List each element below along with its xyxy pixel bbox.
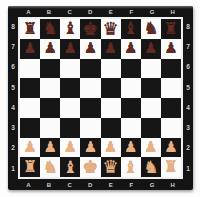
square-h4[interactable] <box>161 98 181 118</box>
square-d8[interactable]: ♚ <box>80 19 100 39</box>
file-label-b: B <box>39 9 60 15</box>
rank-label-3: 3 <box>11 125 15 132</box>
square-c7[interactable]: ♟ <box>60 39 80 59</box>
square-h5[interactable] <box>161 78 181 98</box>
square-b7[interactable]: ♟ <box>40 39 60 59</box>
square-g8[interactable]: ♞ <box>141 19 161 39</box>
white-pawn-piece: ♟ <box>144 139 157 154</box>
file-label-a: A <box>18 9 39 15</box>
square-d3[interactable] <box>80 118 100 138</box>
black-rook-piece: ♜ <box>23 20 37 36</box>
square-f3[interactable] <box>121 118 141 138</box>
black-bishop-piece: ♝ <box>123 20 138 37</box>
white-bishop-piece: ♝ <box>123 158 138 175</box>
square-d5[interactable] <box>80 78 100 98</box>
square-c5[interactable] <box>60 78 80 98</box>
square-e8[interactable]: ♛ <box>101 19 121 39</box>
rank-label-8: 8 <box>186 24 190 31</box>
square-a8[interactable]: ♜ <box>20 19 40 39</box>
black-pawn-piece: ♟ <box>23 41 36 56</box>
square-f8[interactable]: ♝ <box>121 19 141 39</box>
square-c6[interactable] <box>60 59 80 79</box>
square-c3[interactable] <box>60 118 80 138</box>
square-g2[interactable]: ♟ <box>141 138 161 158</box>
square-c1[interactable]: ♝ <box>60 157 80 177</box>
file-label-a: A <box>18 182 39 188</box>
black-queen-piece: ♛ <box>102 19 118 37</box>
square-e6[interactable] <box>101 59 121 79</box>
square-a7[interactable]: ♟ <box>20 39 40 59</box>
white-pawn-piece: ♟ <box>84 139 97 154</box>
rank-label-7: 7 <box>11 44 15 51</box>
square-e7[interactable]: ♟ <box>101 39 121 59</box>
rank-labels-right: 87654321 <box>183 17 193 179</box>
square-h1[interactable]: ♜ <box>161 157 181 177</box>
square-f5[interactable] <box>121 78 141 98</box>
white-queen-piece: ♛ <box>102 158 118 176</box>
file-labels-top: ABCDEFGH <box>18 6 183 17</box>
square-b4[interactable] <box>40 98 60 118</box>
square-g3[interactable] <box>141 118 161 138</box>
rank-label-1: 1 <box>11 166 15 173</box>
square-d7[interactable]: ♟ <box>80 39 100 59</box>
rank-label-5: 5 <box>186 85 190 92</box>
black-pawn-piece: ♟ <box>84 41 97 56</box>
white-knight-piece: ♞ <box>143 158 158 175</box>
rank-label-1: 1 <box>186 166 190 173</box>
rank-label-7: 7 <box>186 44 190 51</box>
rank-label-4: 4 <box>186 105 190 112</box>
square-b2[interactable]: ♟ <box>40 138 60 158</box>
file-label-e: E <box>101 9 122 15</box>
square-d6[interactable] <box>80 59 100 79</box>
rank-labels-left: 87654321 <box>8 17 18 179</box>
square-g4[interactable] <box>141 98 161 118</box>
square-g7[interactable]: ♟ <box>141 39 161 59</box>
black-pawn-piece: ♟ <box>124 41 137 56</box>
black-pawn-piece: ♟ <box>64 41 77 56</box>
square-b8[interactable]: ♞ <box>40 19 60 39</box>
white-knight-piece: ♞ <box>43 158 58 175</box>
white-rook-piece: ♜ <box>23 159 37 175</box>
white-pawn-piece: ♟ <box>23 139 36 154</box>
square-d2[interactable]: ♟ <box>80 138 100 158</box>
black-pawn-piece: ♟ <box>144 41 157 56</box>
rank-label-5: 5 <box>11 85 15 92</box>
square-f1[interactable]: ♝ <box>121 157 141 177</box>
rank-label-3: 3 <box>186 125 190 132</box>
square-a1[interactable]: ♜ <box>20 157 40 177</box>
photo-background: ABCDEFGH 87654321 ♜♞♝♚♛♝♞♜♟♟♟♟♟♟♟♟♟♟♟♟♟♟… <box>0 0 200 197</box>
square-f7[interactable]: ♟ <box>121 39 141 59</box>
file-labels-bottom: ABCDEFGH <box>18 179 183 190</box>
white-bishop-piece: ♝ <box>63 158 78 175</box>
black-pawn-piece: ♟ <box>104 41 117 56</box>
white-pawn-piece: ♟ <box>64 139 77 154</box>
square-h6[interactable] <box>161 59 181 79</box>
square-a2[interactable]: ♟ <box>20 138 40 158</box>
rank-label-6: 6 <box>186 64 190 71</box>
rank-label-2: 2 <box>186 145 190 152</box>
square-e4[interactable] <box>101 98 121 118</box>
square-f2[interactable]: ♟ <box>121 138 141 158</box>
black-knight-piece: ♞ <box>43 20 58 37</box>
frame-corner-bottom-left <box>8 179 18 190</box>
square-c4[interactable] <box>60 98 80 118</box>
square-g5[interactable] <box>141 78 161 98</box>
square-d4[interactable] <box>80 98 100 118</box>
square-e1[interactable]: ♛ <box>101 157 121 177</box>
square-h8[interactable]: ♜ <box>161 19 181 39</box>
file-label-h: H <box>162 9 183 15</box>
black-pawn-piece: ♟ <box>164 41 177 56</box>
square-a3[interactable] <box>20 118 40 138</box>
white-pawn-piece: ♟ <box>164 139 177 154</box>
white-pawn-piece: ♟ <box>43 139 56 154</box>
file-label-d: D <box>80 9 101 15</box>
frame-corner-top-right <box>183 6 193 17</box>
black-knight-piece: ♞ <box>143 20 158 37</box>
square-a4[interactable] <box>20 98 40 118</box>
square-d1[interactable]: ♚ <box>80 157 100 177</box>
square-b5[interactable] <box>40 78 60 98</box>
square-b1[interactable]: ♞ <box>40 157 60 177</box>
square-e3[interactable] <box>101 118 121 138</box>
square-e5[interactable] <box>101 78 121 98</box>
rank-label-2: 2 <box>11 145 15 152</box>
black-rook-piece: ♜ <box>164 20 178 36</box>
square-h2[interactable]: ♟ <box>161 138 181 158</box>
square-a6[interactable] <box>20 59 40 79</box>
square-e2[interactable]: ♟ <box>101 138 121 158</box>
white-rook-piece: ♜ <box>164 159 178 175</box>
file-label-c: C <box>59 182 80 188</box>
square-b6[interactable] <box>40 59 60 79</box>
file-label-f: F <box>121 9 142 15</box>
playing-area: ♜♞♝♚♛♝♞♜♟♟♟♟♟♟♟♟♟♟♟♟♟♟♟♟♜♞♝♚♛♝♞♜ <box>18 17 183 179</box>
file-label-b: B <box>39 182 60 188</box>
file-label-g: G <box>142 9 163 15</box>
frame-corner-top-left <box>8 6 18 17</box>
black-king-piece: ♚ <box>82 19 98 37</box>
square-c2[interactable]: ♟ <box>60 138 80 158</box>
file-label-g: G <box>142 182 163 188</box>
rank-label-8: 8 <box>11 24 15 31</box>
black-bishop-piece: ♝ <box>63 20 78 37</box>
frame-corner-bottom-right <box>183 179 193 190</box>
square-f4[interactable] <box>121 98 141 118</box>
file-label-c: C <box>59 9 80 15</box>
square-a5[interactable] <box>20 78 40 98</box>
black-pawn-piece: ♟ <box>43 41 56 56</box>
white-king-piece: ♚ <box>82 158 98 176</box>
square-h3[interactable] <box>161 118 181 138</box>
rank-label-6: 6 <box>11 64 15 71</box>
square-g6[interactable] <box>141 59 161 79</box>
square-c8[interactable]: ♝ <box>60 19 80 39</box>
square-h7[interactable]: ♟ <box>161 39 181 59</box>
file-label-d: D <box>80 182 101 188</box>
rank-label-4: 4 <box>11 105 15 112</box>
file-label-h: H <box>162 182 183 188</box>
square-b3[interactable] <box>40 118 60 138</box>
white-pawn-piece: ♟ <box>104 139 117 154</box>
white-pawn-piece: ♟ <box>124 139 137 154</box>
square-f6[interactable] <box>121 59 141 79</box>
file-label-e: E <box>101 182 122 188</box>
square-g1[interactable]: ♞ <box>141 157 161 177</box>
demonstration-chessboard: ABCDEFGH 87654321 ♜♞♝♚♛♝♞♜♟♟♟♟♟♟♟♟♟♟♟♟♟♟… <box>8 6 193 190</box>
file-label-f: F <box>121 182 142 188</box>
